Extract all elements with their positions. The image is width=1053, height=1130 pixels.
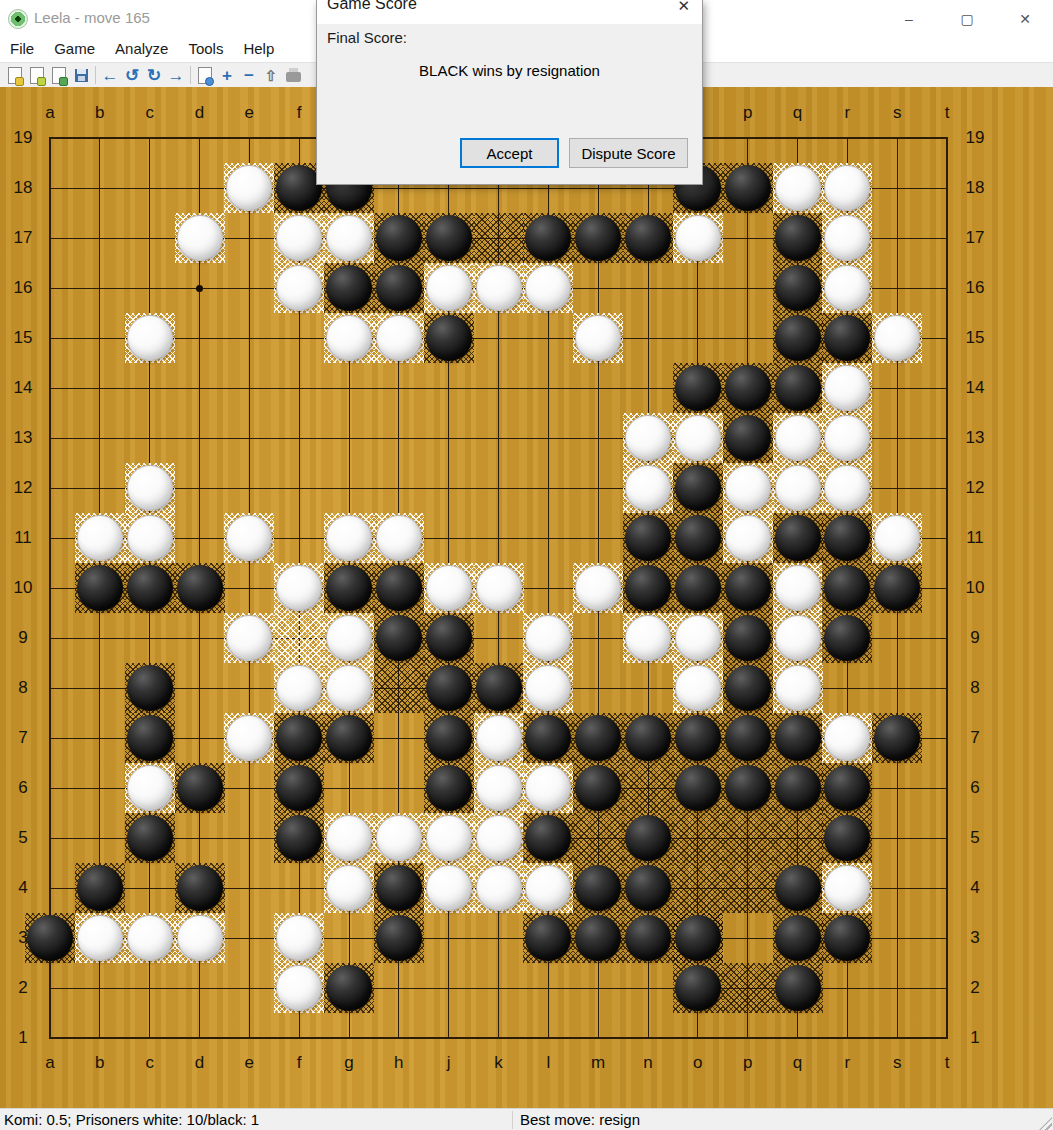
coord-letter: d [195, 1053, 204, 1073]
black-stone-p10[interactable] [725, 565, 771, 611]
final-score-label: Final Score: [327, 29, 407, 46]
redo-icon[interactable]: ↻ [143, 65, 165, 85]
coord-letter: r [844, 103, 850, 123]
black-stone-m3[interactable] [575, 915, 621, 961]
white-stone-r18[interactable] [824, 165, 870, 211]
white-stone-b3[interactable] [77, 915, 123, 961]
coord-number: 7 [18, 728, 27, 748]
coord-letter: p [743, 1053, 752, 1073]
toolbar-separator [190, 66, 191, 84]
coord-number: 16 [14, 278, 33, 298]
coord-number: 5 [970, 828, 979, 848]
coord-letter: e [245, 1053, 254, 1073]
white-stone-n9[interactable] [625, 615, 671, 661]
coord-number: 11 [14, 528, 32, 548]
go-board[interactable]: aabbccddeeffgghhjjkkllmmnnooppqqrrsstt19… [0, 87, 1053, 1108]
minimize-button[interactable]: – [886, 6, 932, 32]
white-stone-q9[interactable] [775, 615, 821, 661]
black-stone-l5[interactable] [525, 815, 571, 861]
white-stone-l4[interactable] [525, 865, 571, 911]
black-stone-r5[interactable] [824, 815, 870, 861]
black-stone-o10[interactable] [675, 565, 721, 611]
black-stone-m7[interactable] [575, 715, 621, 761]
black-stone-m17[interactable] [575, 215, 621, 261]
black-stone-p8[interactable] [725, 665, 771, 711]
resize-grip[interactable] [1039, 1117, 1052, 1130]
territory-hatch [673, 863, 723, 913]
white-stone-f2[interactable] [276, 965, 322, 1011]
black-stone-l7[interactable] [525, 715, 571, 761]
black-stone-q11[interactable] [775, 515, 821, 561]
territory-hatch [723, 963, 773, 1013]
save-icon[interactable] [70, 65, 92, 85]
black-stone-q4[interactable] [775, 865, 821, 911]
white-stone-e11[interactable] [226, 515, 272, 561]
back-icon[interactable]: ← [99, 65, 121, 85]
coord-number: 9 [18, 628, 27, 648]
white-stone-j10[interactable] [426, 565, 472, 611]
territory-hatch [723, 863, 773, 913]
white-stone-g15[interactable] [326, 315, 372, 361]
black-stone-g10[interactable] [326, 565, 372, 611]
close-button[interactable]: ✕ [1002, 6, 1048, 32]
white-stone-r17[interactable] [824, 215, 870, 261]
white-stone-b11[interactable] [77, 515, 123, 561]
coord-number: 13 [14, 428, 33, 448]
white-stone-k4[interactable] [476, 865, 522, 911]
white-stone-l16[interactable] [525, 265, 571, 311]
coord-number: 8 [970, 678, 979, 698]
territory-hatch [474, 213, 524, 263]
coord-number: 4 [18, 878, 27, 898]
coord-letter: o [693, 1053, 702, 1073]
black-stone-q16[interactable] [775, 265, 821, 311]
open-icon[interactable] [48, 65, 70, 85]
coord-letter: s [893, 103, 902, 123]
white-stone-p12[interactable] [725, 465, 771, 511]
black-stone-j15[interactable] [426, 315, 472, 361]
white-stone-r13[interactable] [824, 415, 870, 461]
white-stone-q10[interactable] [775, 565, 821, 611]
coord-letter: e [245, 103, 254, 123]
white-stone-d3[interactable] [177, 915, 223, 961]
black-stone-o14[interactable] [675, 365, 721, 411]
white-stone-g4[interactable] [326, 865, 372, 911]
black-stone-n5[interactable] [625, 815, 671, 861]
black-stone-l17[interactable] [525, 215, 571, 261]
coord-number: 18 [966, 178, 985, 198]
white-stone-l9[interactable] [525, 615, 571, 661]
hoshi-point [196, 285, 203, 292]
coord-letter: g [344, 1053, 353, 1073]
dialog-title: Game Score [327, 0, 417, 13]
white-stone-d17[interactable] [177, 215, 223, 261]
black-stone-p9[interactable] [725, 615, 771, 661]
white-stone-m15[interactable] [575, 315, 621, 361]
white-stone-s15[interactable] [874, 315, 920, 361]
coord-number: 1 [970, 1028, 979, 1048]
menu-help[interactable]: Help [233, 36, 284, 61]
black-stone-j8[interactable] [426, 665, 472, 711]
white-stone-q12[interactable] [775, 465, 821, 511]
grid-hline [49, 1037, 948, 1039]
black-stone-b4[interactable] [77, 865, 123, 911]
black-stone-c8[interactable] [127, 665, 173, 711]
black-stone-q2[interactable] [775, 965, 821, 1011]
coord-letter: p [743, 103, 752, 123]
coord-letter: l [546, 1053, 550, 1073]
white-stone-c6[interactable] [127, 765, 173, 811]
score-icon[interactable] [194, 65, 216, 85]
territory-hatch [673, 813, 723, 863]
white-stone-c12[interactable] [127, 465, 173, 511]
black-stone-q14[interactable] [775, 365, 821, 411]
grid-vline [946, 138, 948, 1039]
white-stone-e9[interactable] [226, 615, 272, 661]
coord-number: 8 [18, 678, 27, 698]
white-stone-f17[interactable] [276, 215, 322, 261]
coord-number: 14 [14, 378, 33, 398]
black-stone-s7[interactable] [874, 715, 920, 761]
grid-vline [49, 138, 51, 1039]
black-stone-o11[interactable] [675, 515, 721, 561]
white-stone-c11[interactable] [127, 515, 173, 561]
black-stone-j17[interactable] [426, 215, 472, 261]
black-stone-b10[interactable] [77, 565, 123, 611]
white-stone-r16[interactable] [824, 265, 870, 311]
coord-letter: r [844, 1053, 850, 1073]
coord-number: 2 [970, 978, 979, 998]
white-stone-r4[interactable] [824, 865, 870, 911]
black-stone-p18[interactable] [725, 165, 771, 211]
dispute-score-button[interactable]: Dispute Score [569, 138, 688, 168]
coord-letter: k [494, 1053, 503, 1073]
white-stone-o17[interactable] [675, 215, 721, 261]
coord-number: 18 [14, 178, 33, 198]
white-stone-q18[interactable] [775, 165, 821, 211]
black-stone-r10[interactable] [824, 565, 870, 611]
white-stone-s11[interactable] [874, 515, 920, 561]
black-stone-h17[interactable] [376, 215, 422, 261]
score-message: BLACK wins by resignation [317, 62, 702, 79]
coord-number: 6 [970, 778, 979, 798]
coord-letter: c [145, 103, 154, 123]
white-stone-f8[interactable] [276, 665, 322, 711]
new-icon[interactable] [4, 65, 26, 85]
white-stone-g9[interactable] [326, 615, 372, 661]
white-stone-k6[interactable] [476, 765, 522, 811]
coord-number: 12 [966, 478, 985, 498]
black-stone-p13[interactable] [725, 415, 771, 461]
coord-number: 7 [970, 728, 979, 748]
black-stone-f7[interactable] [276, 715, 322, 761]
territory-hatch [723, 813, 773, 863]
white-stone-g8[interactable] [326, 665, 372, 711]
app-eye-icon [8, 9, 28, 29]
menu-game[interactable]: Game [44, 36, 105, 61]
coord-number: 1 [18, 1028, 27, 1048]
dialog-title-bar: Game Score ✕ [317, 0, 702, 24]
coord-number: 19 [14, 128, 33, 148]
black-stone-m4[interactable] [575, 865, 621, 911]
up-icon[interactable]: ⇧ [260, 65, 282, 85]
coord-letter: t [945, 103, 950, 123]
black-stone-k8[interactable] [476, 665, 522, 711]
black-stone-j7[interactable] [426, 715, 472, 761]
white-stone-k5[interactable] [476, 815, 522, 861]
coord-number: 17 [966, 228, 985, 248]
black-stone-n4[interactable] [625, 865, 671, 911]
coord-letter: q [793, 103, 802, 123]
leela-window: { "game": "go", "window": { "title": "Le… [0, 0, 1053, 1130]
black-stone-r15[interactable] [824, 315, 870, 361]
black-stone-d6[interactable] [177, 765, 223, 811]
forward-icon[interactable]: → [165, 65, 187, 85]
black-stone-l3[interactable] [525, 915, 571, 961]
white-stone-q13[interactable] [775, 415, 821, 461]
white-stone-l8[interactable] [525, 665, 571, 711]
white-stone-c3[interactable] [127, 915, 173, 961]
black-stone-r3[interactable] [824, 915, 870, 961]
status-best-move: Best move: resign [520, 1111, 640, 1128]
black-stone-o6[interactable] [675, 765, 721, 811]
coord-letter: f [297, 103, 302, 123]
black-stone-q17[interactable] [775, 215, 821, 261]
coord-letter: c [145, 1053, 154, 1073]
white-stone-r14[interactable] [824, 365, 870, 411]
coord-number: 15 [966, 328, 985, 348]
white-stone-k16[interactable] [476, 265, 522, 311]
black-stone-q15[interactable] [775, 315, 821, 361]
white-stone-f16[interactable] [276, 265, 322, 311]
white-stone-e7[interactable] [226, 715, 272, 761]
coord-number: 19 [966, 128, 985, 148]
menu-file[interactable]: File [0, 36, 44, 61]
territory-hatch [573, 813, 623, 863]
white-stone-m10[interactable] [575, 565, 621, 611]
black-stone-c5[interactable] [127, 815, 173, 861]
menu-tools[interactable]: Tools [178, 36, 233, 61]
white-stone-g11[interactable] [326, 515, 372, 561]
white-stone-o13[interactable] [675, 415, 721, 461]
print-icon[interactable] [282, 65, 304, 85]
status-bar: Komi: 0.5; Prisoners white: 10/black: 1 … [0, 1108, 1053, 1130]
coord-number: 9 [970, 628, 979, 648]
white-stone-g5[interactable] [326, 815, 372, 861]
territory-hatch [274, 613, 324, 663]
white-stone-f10[interactable] [276, 565, 322, 611]
territory-hatch [374, 663, 424, 713]
black-stone-h4[interactable] [376, 865, 422, 911]
black-stone-o7[interactable] [675, 715, 721, 761]
black-stone-h3[interactable] [376, 915, 422, 961]
accept-button[interactable]: Accept [460, 138, 559, 168]
black-stone-q6[interactable] [775, 765, 821, 811]
black-stone-q7[interactable] [775, 715, 821, 761]
coord-letter: a [45, 103, 54, 123]
coord-letter: d [195, 103, 204, 123]
white-stone-n13[interactable] [625, 415, 671, 461]
coord-letter: s [893, 1053, 902, 1073]
coord-letter: h [394, 1053, 403, 1073]
black-stone-f6[interactable] [276, 765, 322, 811]
coord-number: 11 [966, 528, 984, 548]
undo-icon[interactable]: ↺ [121, 65, 143, 85]
grid-vline [249, 138, 250, 1039]
white-stone-f3[interactable] [276, 915, 322, 961]
black-stone-d10[interactable] [177, 565, 223, 611]
coord-number: 17 [14, 228, 33, 248]
territory-hatch [773, 813, 823, 863]
black-stone-a3[interactable] [27, 915, 73, 961]
coord-number: 15 [14, 328, 33, 348]
black-stone-h16[interactable] [376, 265, 422, 311]
coord-letter: m [591, 1053, 605, 1073]
status-komi-prisoners: Komi: 0.5; Prisoners white: 10/black: 1 [4, 1111, 259, 1128]
black-stone-s10[interactable] [874, 565, 920, 611]
white-stone-j5[interactable] [426, 815, 472, 861]
coord-number: 14 [966, 378, 985, 398]
white-stone-q8[interactable] [775, 665, 821, 711]
black-stone-r11[interactable] [824, 515, 870, 561]
white-stone-h15[interactable] [376, 315, 422, 361]
white-stone-k7[interactable] [476, 715, 522, 761]
white-stone-j16[interactable] [426, 265, 472, 311]
black-stone-c7[interactable] [127, 715, 173, 761]
white-stone-n12[interactable] [625, 465, 671, 511]
white-stone-c15[interactable] [127, 315, 173, 361]
coord-letter: n [643, 1053, 652, 1073]
white-stone-o8[interactable] [675, 665, 721, 711]
coord-number: 12 [14, 478, 33, 498]
black-stone-o3[interactable] [675, 915, 721, 961]
coord-letter: b [95, 1053, 104, 1073]
white-stone-k10[interactable] [476, 565, 522, 611]
white-stone-g17[interactable] [326, 215, 372, 261]
black-stone-n17[interactable] [625, 215, 671, 261]
black-stone-r9[interactable] [824, 615, 870, 661]
black-stone-n7[interactable] [625, 715, 671, 761]
white-stone-p11[interactable] [725, 515, 771, 561]
coord-number: 5 [18, 828, 27, 848]
coord-letter: t [945, 1053, 950, 1073]
black-stone-j6[interactable] [426, 765, 472, 811]
black-stone-p14[interactable] [725, 365, 771, 411]
black-stone-g2[interactable] [326, 965, 372, 1011]
window-title: Leela - move 165 [34, 9, 150, 26]
black-stone-g7[interactable] [326, 715, 372, 761]
coord-number: 3 [970, 928, 979, 948]
white-stone-l6[interactable] [525, 765, 571, 811]
coord-number: 13 [966, 428, 985, 448]
black-stone-d4[interactable] [177, 865, 223, 911]
black-stone-m6[interactable] [575, 765, 621, 811]
coord-letter: a [45, 1053, 54, 1073]
coord-letter: q [793, 1053, 802, 1073]
zoom-in-icon[interactable]: + [216, 65, 238, 85]
territory-hatch [623, 763, 673, 813]
zoom-out-icon[interactable]: − [238, 65, 260, 85]
coord-number: 16 [966, 278, 985, 298]
white-stone-j4[interactable] [426, 865, 472, 911]
white-stone-o9[interactable] [675, 615, 721, 661]
status-separator [512, 1111, 513, 1129]
black-stone-n3[interactable] [625, 915, 671, 961]
game-score-dialog: Game Score ✕ Final Score: BLACK wins by … [316, 0, 703, 185]
coord-number: 6 [18, 778, 27, 798]
coord-number: 4 [970, 878, 979, 898]
black-stone-h9[interactable] [376, 615, 422, 661]
coord-letter: f [297, 1053, 302, 1073]
black-stone-o12[interactable] [675, 465, 721, 511]
coord-number: 10 [966, 578, 985, 598]
white-stone-h11[interactable] [376, 515, 422, 561]
new-variation-icon[interactable] [26, 65, 48, 85]
black-stone-j9[interactable] [426, 615, 472, 661]
coord-letter: b [95, 103, 104, 123]
black-stone-n10[interactable] [625, 565, 671, 611]
black-stone-h10[interactable] [376, 565, 422, 611]
white-stone-e18[interactable] [226, 165, 272, 211]
black-stone-q3[interactable] [775, 915, 821, 961]
coord-number: 2 [18, 978, 27, 998]
white-stone-r12[interactable] [824, 465, 870, 511]
white-stone-h5[interactable] [376, 815, 422, 861]
black-stone-n11[interactable] [625, 515, 671, 561]
black-stone-p6[interactable] [725, 765, 771, 811]
black-stone-c10[interactable] [127, 565, 173, 611]
black-stone-o2[interactable] [675, 965, 721, 1011]
coord-number: 10 [14, 578, 33, 598]
maximize-button[interactable]: ▢ [944, 6, 990, 32]
toolbar-separator [95, 66, 96, 84]
menu-analyze[interactable]: Analyze [105, 36, 178, 61]
dialog-close-icon[interactable]: ✕ [677, 0, 690, 15]
black-stone-g16[interactable] [326, 265, 372, 311]
black-stone-f5[interactable] [276, 815, 322, 861]
black-stone-r6[interactable] [824, 765, 870, 811]
white-stone-r7[interactable] [824, 715, 870, 761]
coord-letter: j [447, 1053, 451, 1073]
black-stone-p7[interactable] [725, 715, 771, 761]
